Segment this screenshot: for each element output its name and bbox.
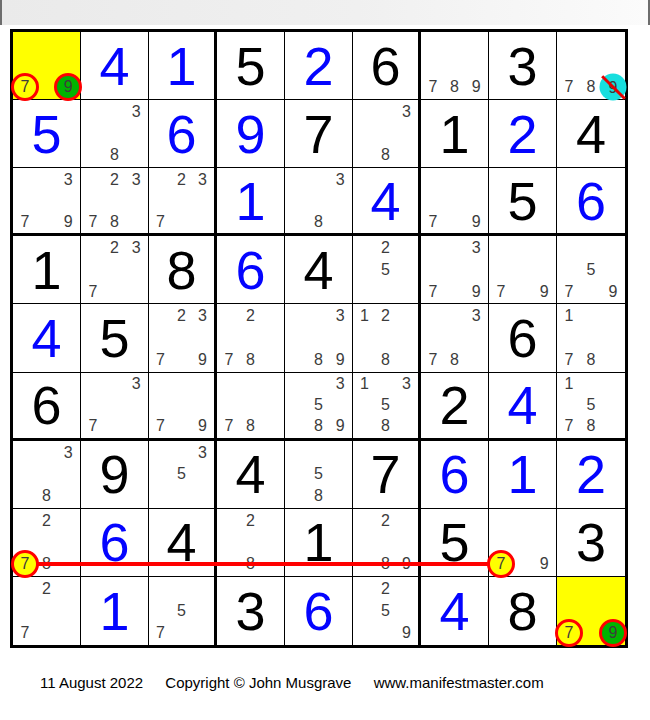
candidate-9: 9	[396, 622, 417, 644]
cell-r7c3[interactable]: 35	[149, 441, 217, 509]
candidate-8: 8	[308, 211, 330, 232]
highlight-circle-yellow: 7	[11, 550, 39, 578]
solved-digit: 6	[421, 441, 488, 508]
solved-digit: 6	[149, 100, 214, 167]
candidate-9: 9	[533, 553, 555, 575]
candidate-1: 1	[354, 374, 375, 395]
pencil-marks: 379	[14, 169, 79, 232]
highlight-circle-yellow: 7	[555, 619, 583, 647]
candidate-3: 3	[125, 237, 147, 259]
highlight-circle-green: 9	[599, 619, 627, 647]
given-digit: 6	[489, 304, 556, 371]
cell-r4c4[interactable]: 6	[217, 236, 285, 304]
candidate-3: 3	[57, 442, 79, 464]
pencil-marks: 579	[558, 237, 624, 302]
candidate-2: 2	[171, 305, 192, 327]
given-digit: 8	[489, 577, 556, 645]
cell-r5c5[interactable]: 389	[285, 304, 353, 372]
cell-r1c6[interactable]: 6	[353, 32, 421, 100]
candidate-8: 8	[240, 349, 262, 371]
candidate-7: 7	[422, 76, 444, 98]
given-digit: 1	[13, 236, 80, 303]
candidate-8: 8	[104, 145, 126, 167]
candidate-5: 5	[308, 395, 330, 416]
sudoku-board: 7941526789378953869738124379237823713847…	[10, 29, 628, 648]
solved-digit: 2	[557, 441, 625, 508]
cell-r7c7[interactable]: 6	[421, 441, 489, 509]
given-digit: 5	[81, 304, 148, 371]
given-digit: 5	[217, 32, 284, 99]
solved-digit: 6	[217, 236, 284, 303]
cell-r2c9[interactable]: 4	[557, 100, 625, 168]
candidate-8: 8	[240, 416, 262, 437]
cell-r5c1[interactable]: 4	[13, 304, 81, 372]
pencil-marks: 789	[422, 33, 487, 98]
cell-r3c8[interactable]: 5	[489, 168, 557, 236]
candidate-9: 9	[329, 416, 351, 437]
candidate-8: 8	[444, 76, 466, 98]
cell-r3c9[interactable]: 6	[557, 168, 625, 236]
pencil-marks: 278	[218, 305, 283, 370]
solved-digit: 1	[217, 168, 284, 233]
cell-r4c2[interactable]: 237	[81, 236, 149, 304]
cell-r3c1[interactable]: 379	[13, 168, 81, 236]
cell-r3c3[interactable]: 237	[149, 168, 217, 236]
candidate-8: 8	[375, 145, 396, 167]
candidate-3: 3	[465, 305, 487, 327]
cell-r8c8[interactable]: 79	[489, 509, 557, 577]
cell-r2c6[interactable]: 38	[353, 100, 421, 168]
cell-r7c1[interactable]: 38	[13, 441, 81, 509]
cell-r9c1[interactable]: 27	[13, 577, 81, 645]
cell-r4c6[interactable]: 25	[353, 236, 421, 304]
candidate-7: 7	[422, 349, 444, 371]
eliminated-candidate-circle: 9	[600, 74, 627, 101]
candidate-7: 7	[82, 211, 104, 232]
pencil-marks: 789	[558, 33, 624, 98]
given-digit: 8	[149, 236, 214, 303]
pencil-marks: 79	[558, 578, 624, 644]
candidate-5: 5	[171, 600, 192, 622]
pencil-marks: 178	[558, 305, 624, 370]
solved-digit: 4	[13, 304, 80, 371]
given-digit: 4	[557, 100, 625, 167]
candidate-7: 7	[14, 622, 36, 644]
candidate-5: 5	[171, 463, 192, 485]
candidate-1: 1	[558, 305, 580, 327]
candidate-3: 3	[396, 374, 417, 395]
pencil-marks: 78	[218, 374, 283, 437]
cell-r5c6[interactable]: 128	[353, 304, 421, 372]
candidate-3: 3	[329, 305, 351, 327]
cell-r4c7[interactable]: 379	[421, 236, 489, 304]
cell-r7c6[interactable]: 7	[353, 441, 421, 509]
candidate-7: 7	[82, 281, 104, 303]
given-digit: 3	[217, 577, 284, 645]
pencil-marks: 25	[354, 237, 417, 302]
given-digit: 2	[421, 373, 488, 438]
candidate-3: 3	[329, 169, 351, 190]
candidate-5: 5	[580, 395, 602, 416]
cell-r8c5[interactable]: 1	[285, 509, 353, 577]
cell-r9c7[interactable]: 4	[421, 577, 489, 645]
cell-r7c2[interactable]: 9	[81, 441, 149, 509]
candidate-3: 3	[192, 305, 213, 327]
solved-digit: 2	[489, 100, 556, 167]
highlight-circle-green: 9	[54, 73, 82, 101]
candidate-8: 8	[104, 211, 126, 232]
candidate-7: 7	[14, 76, 36, 98]
cell-r2c2[interactable]: 38	[81, 100, 149, 168]
candidate-3: 3	[465, 237, 487, 259]
given-digit: 3	[489, 32, 556, 99]
candidate-8: 8	[36, 485, 58, 507]
cell-r8c1[interactable]: 278	[13, 509, 81, 577]
candidate-7: 7	[218, 416, 240, 437]
candidate-7: 7	[422, 211, 444, 232]
candidate-3: 3	[396, 101, 417, 123]
solved-digit: 1	[81, 577, 148, 645]
candidate-7: 7	[150, 211, 171, 232]
highlight-circle-yellow: 7	[11, 73, 39, 101]
candidate-2: 2	[104, 169, 126, 190]
candidate-2: 2	[375, 305, 396, 327]
candidate-7: 7	[490, 553, 512, 575]
cell-r2c5[interactable]: 7	[285, 100, 353, 168]
cell-r4c8[interactable]: 79	[489, 236, 557, 304]
cell-r9c6[interactable]: 259	[353, 577, 421, 645]
candidate-9: 9	[57, 211, 79, 232]
cell-r1c8[interactable]: 3	[489, 32, 557, 100]
pencil-marks: 237	[150, 169, 213, 232]
given-digit: 4	[217, 441, 284, 508]
pencil-marks: 57	[150, 578, 213, 644]
highlight-circle-yellow: 7	[487, 550, 515, 578]
cell-r1c2[interactable]: 4	[81, 32, 149, 100]
candidate-2: 2	[104, 237, 126, 259]
cell-r8c3[interactable]: 4	[149, 509, 217, 577]
pencil-marks: 378	[422, 305, 487, 370]
candidate-9: 9	[602, 281, 624, 303]
pencil-marks: 58	[286, 442, 351, 507]
candidate-7: 7	[14, 553, 36, 575]
candidate-9: 9	[465, 281, 487, 303]
cell-r9c9[interactable]: 79	[557, 577, 625, 645]
candidate-7: 7	[82, 416, 104, 437]
cell-r6c6[interactable]: 1358	[353, 373, 421, 441]
candidate-8: 8	[580, 416, 602, 437]
candidate-3: 3	[125, 101, 147, 123]
solved-digit: 2	[285, 32, 352, 99]
pencil-marks: 38	[354, 101, 417, 166]
candidate-7: 7	[218, 349, 240, 371]
pencil-marks: 38	[82, 101, 147, 166]
candidate-3: 3	[57, 169, 79, 190]
candidate-7: 7	[150, 622, 171, 644]
pencil-marks: 2379	[150, 305, 213, 370]
solved-digit: 5	[13, 100, 80, 167]
cell-r5c7[interactable]: 378	[421, 304, 489, 372]
given-digit: 9	[81, 441, 148, 508]
pencil-marks: 38	[286, 169, 351, 232]
candidate-1: 1	[558, 374, 580, 395]
cell-r2c8[interactable]: 2	[489, 100, 557, 168]
cell-r5c9[interactable]: 178	[557, 304, 625, 372]
pencil-marks: 79	[422, 169, 487, 232]
cell-r8c9[interactable]: 3	[557, 509, 625, 577]
pencil-marks: 1578	[558, 374, 624, 437]
cell-r6c1[interactable]: 6	[13, 373, 81, 441]
given-digit: 5	[489, 168, 556, 233]
candidate-2: 2	[36, 578, 58, 600]
solved-digit: 6	[557, 168, 625, 233]
cell-r6c5[interactable]: 3589	[285, 373, 353, 441]
cell-r7c9[interactable]: 2	[557, 441, 625, 509]
pencil-marks: 128	[354, 305, 417, 370]
cell-r1c5[interactable]: 2	[285, 32, 353, 100]
candidate-7: 7	[14, 211, 36, 232]
candidate-9: 9	[329, 349, 351, 371]
cell-r1c9[interactable]: 789	[557, 32, 625, 100]
candidate-9: 9	[602, 622, 624, 644]
pencil-marks: 27	[14, 578, 79, 644]
pencil-marks: 237	[82, 237, 147, 302]
cell-r4c3[interactable]: 8	[149, 236, 217, 304]
solved-digit: 6	[285, 577, 352, 645]
candidate-9: 9	[533, 281, 555, 303]
cell-r2c3[interactable]: 6	[149, 100, 217, 168]
given-digit: 1	[421, 100, 488, 167]
cell-r6c7[interactable]: 2	[421, 373, 489, 441]
given-digit: 6	[13, 373, 80, 438]
candidate-2: 2	[375, 510, 396, 532]
pencil-marks: 35	[150, 442, 213, 507]
given-digit: 7	[353, 441, 418, 508]
cell-r9c3[interactable]: 57	[149, 577, 217, 645]
pencil-marks: 1358	[354, 374, 417, 437]
cell-r7c4[interactable]: 4	[217, 441, 285, 509]
candidate-3: 3	[125, 169, 147, 190]
pencil-marks: 79	[150, 374, 213, 437]
candidate-8: 8	[375, 416, 396, 437]
candidate-5: 5	[375, 395, 396, 416]
cell-r9c5[interactable]: 6	[285, 577, 353, 645]
candidate-2: 2	[36, 510, 58, 532]
pencil-marks: 389	[286, 305, 351, 370]
footer: 11 August 2022 Copyright © John Musgrave…	[40, 674, 640, 691]
candidate-2: 2	[240, 510, 262, 532]
footer-copyright: Copyright © John Musgrave	[165, 674, 351, 691]
given-digit: 7	[285, 100, 352, 167]
cell-r5c4[interactable]: 278	[217, 304, 285, 372]
cell-r1c4[interactable]: 5	[217, 32, 285, 100]
cell-r9c2[interactable]: 1	[81, 577, 149, 645]
candidate-5: 5	[308, 463, 330, 485]
given-digit: 4	[285, 236, 352, 303]
solved-digit: 9	[217, 100, 284, 167]
candidate-8: 8	[308, 485, 330, 507]
cell-r1c3[interactable]: 1	[149, 32, 217, 100]
candidate-1: 1	[354, 305, 375, 327]
candidate-9: 9	[465, 211, 487, 232]
candidate-7: 7	[150, 416, 171, 437]
elimination-slash-icon	[601, 75, 626, 100]
cell-r2c7[interactable]: 1	[421, 100, 489, 168]
cell-r6c3[interactable]: 79	[149, 373, 217, 441]
cell-r4c5[interactable]: 4	[285, 236, 353, 304]
cell-r2c1[interactable]: 5	[13, 100, 81, 168]
cell-r4c9[interactable]: 579	[557, 236, 625, 304]
cell-r8c7[interactable]: 5	[421, 509, 489, 577]
cell-r7c5[interactable]: 58	[285, 441, 353, 509]
candidate-5: 5	[375, 600, 396, 622]
pencil-marks: 2378	[82, 169, 147, 232]
candidate-7: 7	[558, 622, 580, 644]
candidate-3: 3	[125, 374, 147, 395]
candidate-7: 7	[558, 416, 580, 437]
cell-r5c3[interactable]: 2379	[149, 304, 217, 372]
cell-r4c1[interactable]: 1	[13, 236, 81, 304]
pencil-marks: 379	[422, 237, 487, 302]
solved-digit: 4	[489, 373, 556, 438]
solved-digit: 1	[149, 32, 214, 99]
cell-r3c2[interactable]: 2378	[81, 168, 149, 236]
pencil-marks: 3589	[286, 374, 351, 437]
pencil-marks: 79	[490, 237, 555, 302]
candidate-7: 7	[422, 281, 444, 303]
candidate-8: 8	[444, 349, 466, 371]
pencil-marks: 79	[490, 510, 555, 575]
candidate-3: 3	[192, 169, 213, 190]
cell-r3c5[interactable]: 38	[285, 168, 353, 236]
candidate-9: 9	[57, 76, 79, 98]
top-bar	[0, 0, 650, 25]
solved-digit: 4	[421, 577, 488, 645]
candidate-7: 7	[558, 349, 580, 371]
cell-r6c9[interactable]: 1578	[557, 373, 625, 441]
cell-r8c4[interactable]: 28	[217, 509, 285, 577]
candidate-8: 8	[375, 349, 396, 371]
given-digit: 6	[353, 32, 418, 99]
cell-r5c8[interactable]: 6	[489, 304, 557, 372]
pencil-marks: 38	[14, 442, 79, 507]
cell-r9c4[interactable]: 3	[217, 577, 285, 645]
cell-r8c2[interactable]: 6	[81, 509, 149, 577]
solved-digit: 4	[353, 168, 418, 233]
candidate-7: 7	[490, 281, 512, 303]
footer-website: www.manifestmaster.com	[374, 674, 544, 691]
candidate-2: 2	[375, 578, 396, 600]
candidate-8: 8	[580, 349, 602, 371]
candidate-9: 9	[465, 76, 487, 98]
candidate-5: 5	[375, 259, 396, 281]
solved-digit: 1	[489, 441, 556, 508]
cell-r6c4[interactable]: 78	[217, 373, 285, 441]
candidate-8: 8	[308, 416, 330, 437]
cell-r6c8[interactable]: 4	[489, 373, 557, 441]
candidate-2: 2	[240, 305, 262, 327]
candidate-7: 7	[150, 349, 171, 371]
cell-r1c1[interactable]: 79	[13, 32, 81, 100]
given-digit: 3	[557, 509, 625, 576]
pencil-marks: 79	[14, 33, 79, 98]
candidate-8: 8	[308, 349, 330, 371]
cell-r7c8[interactable]: 1	[489, 441, 557, 509]
cell-r8c6[interactable]: 289	[353, 509, 421, 577]
cell-r1c7[interactable]: 789	[421, 32, 489, 100]
candidate-2: 2	[375, 237, 396, 259]
candidate-9: 9	[192, 349, 213, 371]
chain-link-line	[25, 562, 501, 566]
cell-r2c4[interactable]: 9	[217, 100, 285, 168]
cell-r5c2[interactable]: 5	[81, 304, 149, 372]
candidate-9: 9	[192, 416, 213, 437]
cell-r6c2[interactable]: 37	[81, 373, 149, 441]
candidate-3: 3	[192, 442, 213, 464]
candidate-3: 3	[329, 374, 351, 395]
pencil-marks: 37	[82, 374, 147, 437]
candidate-5: 5	[580, 259, 602, 281]
candidate-7: 7	[558, 281, 580, 303]
cell-r3c4[interactable]: 1	[217, 168, 285, 236]
cell-r9c8[interactable]: 8	[489, 577, 557, 645]
solved-digit: 4	[81, 32, 148, 99]
pencil-marks: 259	[354, 578, 417, 644]
candidate-2: 2	[171, 169, 192, 190]
candidate-7: 7	[558, 76, 580, 98]
cell-r3c6[interactable]: 4	[353, 168, 421, 236]
candidate-9: 9	[602, 76, 624, 98]
footer-date: 11 August 2022	[40, 674, 143, 691]
cell-r3c7[interactable]: 79	[421, 168, 489, 236]
